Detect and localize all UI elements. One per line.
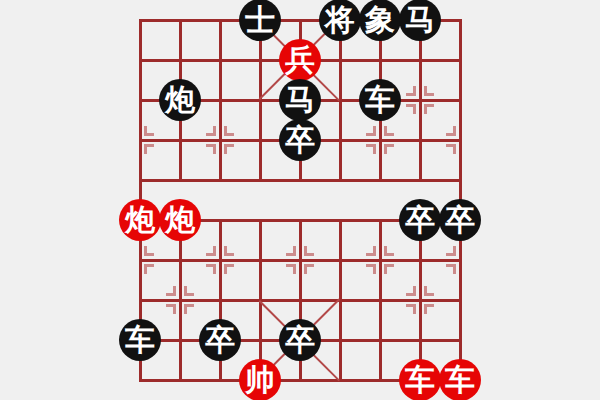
piece-black-general[interactable]: 将 — [319, 0, 361, 41]
point-marker-bracket — [144, 264, 154, 274]
point-marker-bracket — [184, 304, 194, 314]
file-line — [179, 219, 182, 381]
piece-black-horse[interactable]: 马 — [279, 79, 321, 121]
point-marker-bracket — [224, 246, 234, 256]
piece-black-pawn[interactable]: 卒 — [279, 119, 321, 161]
point-marker-bracket — [424, 86, 434, 96]
point-marker-bracket — [144, 246, 154, 256]
point-marker-bracket — [446, 264, 456, 274]
point-marker-bracket — [206, 246, 216, 256]
point-marker-bracket — [144, 144, 154, 154]
point-marker-bracket — [206, 126, 216, 136]
point-marker-bracket — [446, 144, 456, 154]
point-marker-bracket — [224, 264, 234, 274]
piece-black-horse[interactable]: 马 — [399, 0, 441, 41]
point-marker-bracket — [424, 286, 434, 296]
point-marker-bracket — [406, 104, 416, 114]
point-marker-bracket — [224, 144, 234, 154]
point-marker-bracket — [206, 264, 216, 274]
point-marker-bracket — [424, 104, 434, 114]
point-marker-bracket — [206, 144, 216, 154]
point-marker-bracket — [384, 246, 394, 256]
point-marker-bracket — [446, 126, 456, 136]
file-line — [419, 219, 422, 381]
piece-black-pawn[interactable]: 卒 — [279, 319, 321, 361]
point-marker-bracket — [286, 264, 296, 274]
piece-black-pawn[interactable]: 卒 — [399, 199, 441, 241]
piece-black-chariot[interactable]: 车 — [119, 319, 161, 361]
piece-black-chariot[interactable]: 车 — [359, 79, 401, 121]
piece-black-advisor[interactable]: 士 — [239, 0, 281, 41]
piece-black-cannon[interactable]: 炮 — [159, 79, 201, 121]
point-marker-bracket — [224, 126, 234, 136]
point-marker-bracket — [406, 86, 416, 96]
xiangqi-board: 士将象马兵炮马车卒炮炮卒卒车卒卒帅车车 — [0, 0, 600, 400]
point-marker-bracket — [166, 286, 176, 296]
point-marker-bracket — [384, 126, 394, 136]
point-marker-bracket — [304, 264, 314, 274]
file-line — [379, 219, 382, 381]
file-line — [419, 19, 422, 181]
point-marker-bracket — [406, 304, 416, 314]
point-marker-bracket — [144, 126, 154, 136]
point-marker-bracket — [366, 144, 376, 154]
piece-black-pawn[interactable]: 卒 — [439, 199, 481, 241]
piece-black-elephant[interactable]: 象 — [359, 0, 401, 41]
point-marker-bracket — [304, 246, 314, 256]
point-marker-bracket — [384, 264, 394, 274]
point-marker-bracket — [366, 246, 376, 256]
point-marker-bracket — [366, 126, 376, 136]
point-marker-bracket — [366, 264, 376, 274]
screen: 士将象马兵炮马车卒炮炮卒卒车卒卒帅车车 — [0, 0, 600, 400]
point-marker-bracket — [406, 286, 416, 296]
piece-red-cannon[interactable]: 炮 — [159, 199, 201, 241]
piece-red-general[interactable]: 帅 — [239, 359, 281, 400]
piece-red-pawn[interactable]: 兵 — [279, 39, 321, 81]
point-marker-bracket — [166, 304, 176, 314]
point-marker-bracket — [286, 246, 296, 256]
piece-red-chariot[interactable]: 车 — [439, 359, 481, 400]
point-marker-bracket — [424, 304, 434, 314]
file-line — [219, 19, 222, 181]
piece-black-pawn[interactable]: 卒 — [199, 319, 241, 361]
piece-red-cannon[interactable]: 炮 — [119, 199, 161, 241]
piece-red-chariot[interactable]: 车 — [399, 359, 441, 400]
point-marker-bracket — [446, 246, 456, 256]
point-marker-bracket — [184, 286, 194, 296]
point-marker-bracket — [384, 144, 394, 154]
